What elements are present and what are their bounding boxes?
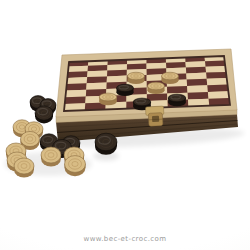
checker-piece-light xyxy=(14,158,34,178)
checker-piece-light xyxy=(128,72,145,84)
watermark-text: www.bec-et-croc.com xyxy=(0,235,250,243)
checker-piece-light xyxy=(41,147,61,167)
board-square-g2 xyxy=(186,61,206,67)
board-square-a6 xyxy=(65,90,86,97)
board-square-d2 xyxy=(127,64,147,70)
board-square-a7 xyxy=(65,96,86,104)
product-photo: www.bec-et-croc.com xyxy=(0,0,250,250)
board-square-h4 xyxy=(206,72,227,79)
board-square-g7 xyxy=(188,92,209,100)
checker-piece-dark xyxy=(35,106,53,124)
board-square-g3 xyxy=(186,67,206,74)
board-square-a4 xyxy=(67,77,88,84)
board-square-g6 xyxy=(187,85,208,92)
board-square-e7 xyxy=(147,93,168,101)
board-square-b4 xyxy=(87,76,107,83)
board-square-b2 xyxy=(88,65,108,71)
board-square-h5 xyxy=(207,78,228,85)
board-square-h2 xyxy=(205,61,225,67)
board-square-g5 xyxy=(187,79,208,86)
board-square-h6 xyxy=(207,85,228,92)
checker-piece-light xyxy=(99,93,117,105)
board-square-b5 xyxy=(86,83,106,90)
board-square-f2 xyxy=(166,62,186,68)
checker-piece-light xyxy=(148,82,165,94)
board-square-f6 xyxy=(167,86,188,93)
board-square-b3 xyxy=(87,71,107,78)
board-square-g4 xyxy=(186,73,206,80)
board-square-a5 xyxy=(66,83,87,90)
board-square-h7 xyxy=(208,91,229,99)
board-square-c2 xyxy=(107,64,127,70)
board-square-a2 xyxy=(68,66,88,72)
board-square-c3 xyxy=(107,70,127,77)
board-square-c4 xyxy=(107,76,127,83)
checker-piece-dark xyxy=(95,133,117,155)
checker-piece-light xyxy=(162,72,179,84)
board-square-a3 xyxy=(67,71,87,78)
checker-piece-light xyxy=(65,156,86,177)
checkers-box-scene xyxy=(0,0,250,250)
board-square-h3 xyxy=(206,66,226,73)
checker-piece-dark xyxy=(117,84,134,96)
board-square-e2 xyxy=(147,63,167,69)
checker-piece-dark xyxy=(168,94,186,106)
